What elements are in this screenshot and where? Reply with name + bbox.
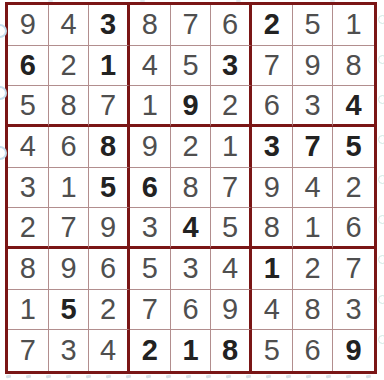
background-pattern-mark [226, 375, 232, 379]
background-pattern-mark [266, 375, 272, 379]
cell-r6c5[interactable]: 4 [171, 208, 212, 249]
background-pattern-mark [366, 375, 372, 379]
cell-r3c4[interactable]: 1 [130, 86, 171, 127]
cell-r8c5[interactable]: 6 [171, 290, 212, 331]
cell-r5c4[interactable]: 6 [130, 168, 171, 209]
background-pattern-mark [6, 375, 12, 379]
cell-r9c3[interactable]: 4 [89, 330, 130, 371]
cell-r6c7[interactable]: 8 [252, 208, 293, 249]
background-pattern-mark [378, 55, 384, 64]
cell-r7c7[interactable]: 1 [252, 249, 293, 290]
cell-r8c8[interactable]: 8 [293, 290, 334, 331]
cell-r6c9[interactable]: 6 [333, 208, 374, 249]
cell-r8c4[interactable]: 7 [130, 290, 171, 331]
background-pattern-mark [378, 175, 384, 184]
cell-r5c5[interactable]: 8 [171, 168, 212, 209]
background-pattern-mark [286, 375, 292, 379]
cell-r1c8[interactable]: 5 [293, 5, 334, 46]
cell-r8c9[interactable]: 3 [333, 290, 374, 331]
background-pattern-mark [246, 375, 252, 379]
cell-r7c3[interactable]: 6 [89, 249, 130, 290]
cell-r4c7[interactable]: 3 [252, 127, 293, 168]
cell-r4c5[interactable]: 2 [171, 127, 212, 168]
cell-r8c6[interactable]: 9 [211, 290, 252, 331]
cell-r5c6[interactable]: 7 [211, 168, 252, 209]
sudoku-board: 9438762516214537985871926344689213753156… [5, 2, 377, 374]
cell-r9c7[interactable]: 5 [252, 330, 293, 371]
cell-r3c8[interactable]: 3 [293, 86, 334, 127]
cell-r4c6[interactable]: 1 [211, 127, 252, 168]
cell-r3c2[interactable]: 8 [49, 86, 90, 127]
background-pattern-mark [66, 375, 72, 379]
background-pattern-mark [206, 375, 212, 379]
cell-r6c2[interactable]: 7 [49, 208, 90, 249]
cell-r6c6[interactable]: 5 [211, 208, 252, 249]
cell-r2c4[interactable]: 4 [130, 46, 171, 87]
cell-r2c1[interactable]: 6 [8, 46, 49, 87]
cell-r4c3[interactable]: 8 [89, 127, 130, 168]
cell-r5c7[interactable]: 9 [252, 168, 293, 209]
cell-r3c3[interactable]: 7 [89, 86, 130, 127]
cell-r9c9[interactable]: 9 [333, 330, 374, 371]
cell-r7c9[interactable]: 7 [333, 249, 374, 290]
cell-r8c1[interactable]: 1 [8, 290, 49, 331]
cell-r6c1[interactable]: 2 [8, 208, 49, 249]
cell-r7c2[interactable]: 9 [49, 249, 90, 290]
cell-r1c2[interactable]: 4 [49, 5, 90, 46]
cell-r9c1[interactable]: 7 [8, 330, 49, 371]
cell-r2c6[interactable]: 3 [211, 46, 252, 87]
background-pattern-mark [106, 375, 112, 379]
background-pattern-mark [378, 335, 384, 344]
cell-r5c9[interactable]: 2 [333, 168, 374, 209]
cell-r3c5[interactable]: 9 [171, 86, 212, 127]
cell-r5c2[interactable]: 1 [49, 168, 90, 209]
cell-r3c1[interactable]: 5 [8, 86, 49, 127]
cell-r6c8[interactable]: 1 [293, 208, 334, 249]
cell-r6c3[interactable]: 9 [89, 208, 130, 249]
cell-r7c5[interactable]: 3 [171, 249, 212, 290]
cell-r2c2[interactable]: 2 [49, 46, 90, 87]
cell-r2c7[interactable]: 7 [252, 46, 293, 87]
background-pattern-mark [146, 375, 152, 379]
cell-r9c5[interactable]: 1 [171, 330, 212, 371]
cell-r1c5[interactable]: 7 [171, 5, 212, 46]
cell-r7c1[interactable]: 8 [8, 249, 49, 290]
cell-r3c6[interactable]: 2 [211, 86, 252, 127]
cell-r4c2[interactable]: 6 [49, 127, 90, 168]
background-pattern-mark [378, 15, 384, 24]
cell-r7c6[interactable]: 4 [211, 249, 252, 290]
cell-r7c8[interactable]: 2 [293, 249, 334, 290]
cell-r5c3[interactable]: 5 [89, 168, 130, 209]
background-pattern-mark [46, 375, 52, 379]
cell-r9c4[interactable]: 2 [130, 330, 171, 371]
cell-r9c8[interactable]: 6 [293, 330, 334, 371]
cell-r1c4[interactable]: 8 [130, 5, 171, 46]
background-pattern-mark [378, 135, 384, 144]
cell-r2c8[interactable]: 9 [293, 46, 334, 87]
background-pattern-mark [86, 375, 92, 379]
cell-r1c1[interactable]: 9 [8, 5, 49, 46]
background-pattern-mark [186, 375, 192, 379]
cell-r1c9[interactable]: 1 [333, 5, 374, 46]
cell-r8c3[interactable]: 2 [89, 290, 130, 331]
background-pattern-mark [378, 95, 384, 104]
cell-r8c2[interactable]: 5 [49, 290, 90, 331]
background-pattern-mark [378, 215, 384, 224]
background-pattern-mark [306, 375, 312, 379]
background-pattern-mark [126, 375, 132, 379]
cell-r2c5[interactable]: 5 [171, 46, 212, 87]
cell-r6c4[interactable]: 3 [130, 208, 171, 249]
background-pattern-mark [378, 255, 384, 264]
cell-r7c4[interactable]: 5 [130, 249, 171, 290]
cell-r5c8[interactable]: 4 [293, 168, 334, 209]
cell-r4c1[interactable]: 4 [8, 127, 49, 168]
cell-r1c6[interactable]: 6 [211, 5, 252, 46]
background-pattern-mark [26, 375, 32, 379]
cell-r3c9[interactable]: 4 [333, 86, 374, 127]
background-pattern-mark [166, 375, 172, 379]
cell-r5c1[interactable]: 3 [8, 168, 49, 209]
background-pattern-mark [378, 295, 384, 304]
cell-r9c6[interactable]: 8 [211, 330, 252, 371]
cell-r2c3[interactable]: 1 [89, 46, 130, 87]
background-pattern-mark [346, 375, 352, 379]
cell-r9c2[interactable]: 3 [49, 330, 90, 371]
cell-r2c9[interactable]: 8 [333, 46, 374, 87]
cell-r8c7[interactable]: 4 [252, 290, 293, 331]
cell-r4c8[interactable]: 7 [293, 127, 334, 168]
cell-r1c7[interactable]: 2 [252, 5, 293, 46]
cell-r3c7[interactable]: 6 [252, 86, 293, 127]
cell-r4c4[interactable]: 9 [130, 127, 171, 168]
cell-r1c3[interactable]: 3 [89, 5, 130, 46]
cell-r4c9[interactable]: 5 [333, 127, 374, 168]
background-pattern-mark [326, 375, 332, 379]
